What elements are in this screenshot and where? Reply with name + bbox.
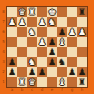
piece-white-pawn: ♟	[77, 27, 87, 37]
rank-label-7: 7	[1, 17, 6, 27]
square-e1[interactable]	[47, 77, 57, 87]
square-h8[interactable]: ♜	[77, 7, 87, 17]
piece-black-pawn: ♟	[37, 67, 47, 77]
square-b2[interactable]	[17, 67, 27, 77]
piece-black-pawn: ♟	[67, 67, 77, 77]
square-d6[interactable]	[37, 27, 47, 37]
piece-black-knight: ♞	[57, 57, 67, 67]
square-b7[interactable]: ♟	[17, 17, 27, 27]
square-a7[interactable]: ♟	[7, 17, 17, 27]
square-g7[interactable]	[67, 17, 77, 27]
square-g8[interactable]	[67, 7, 77, 17]
square-e3[interactable]: ♟	[47, 57, 57, 67]
piece-black-pawn: ♟	[7, 67, 17, 77]
square-f6[interactable]: ♟	[57, 27, 67, 37]
square-d4[interactable]	[37, 47, 47, 57]
square-g4[interactable]	[67, 47, 77, 57]
square-e2[interactable]	[47, 67, 57, 77]
square-b4[interactable]	[17, 47, 27, 57]
file-label-c: c	[27, 87, 37, 93]
square-d7[interactable]: ♟	[37, 17, 47, 27]
square-f4[interactable]	[57, 47, 67, 57]
square-d1[interactable]	[37, 77, 47, 87]
square-e7[interactable]: ♞	[47, 17, 57, 27]
square-b6[interactable]	[17, 27, 27, 37]
piece-white-pawn: ♟	[7, 17, 17, 27]
file-label-f: f	[57, 87, 67, 93]
piece-white-pawn: ♟	[37, 37, 47, 47]
piece-white-knight: ♞	[27, 27, 37, 37]
square-c2[interactable]: ♟	[27, 67, 37, 77]
square-a4[interactable]	[7, 47, 17, 57]
square-e8[interactable]: ♚	[47, 7, 57, 17]
square-c1[interactable]: ♛	[27, 77, 37, 87]
square-d2[interactable]: ♟	[37, 67, 47, 77]
square-f7[interactable]	[57, 17, 67, 27]
piece-white-knight: ♞	[27, 57, 37, 67]
piece-white-queen: ♛	[27, 77, 37, 87]
piece-white-knight: ♞	[47, 17, 57, 27]
rank-label-5: 5	[1, 37, 6, 47]
square-f8[interactable]	[57, 7, 67, 17]
square-g1[interactable]	[67, 77, 77, 87]
square-h5[interactable]	[77, 37, 87, 47]
square-a8[interactable]	[7, 7, 17, 17]
square-f2[interactable]	[57, 67, 67, 77]
square-c8[interactable]: ♜	[27, 7, 37, 17]
piece-black-pawn: ♟	[7, 57, 17, 67]
square-g6[interactable]: ♟	[67, 27, 77, 37]
piece-black-rook: ♜	[77, 7, 87, 17]
square-g5[interactable]	[67, 37, 77, 47]
piece-black-pawn: ♟	[47, 37, 57, 47]
piece-black-rook: ♜	[77, 77, 87, 87]
file-label-g: g	[67, 87, 77, 93]
square-d5[interactable]: ♟	[37, 37, 47, 47]
square-a1[interactable]	[7, 77, 17, 87]
rank-label-8: 8	[1, 7, 6, 17]
piece-white-pawn: ♟	[67, 27, 77, 37]
square-f3[interactable]: ♞	[57, 57, 67, 67]
square-f5[interactable]: ♝	[57, 37, 67, 47]
piece-white-pawn: ♟	[17, 17, 27, 27]
rank-label-1: 1	[1, 77, 6, 87]
square-h4[interactable]	[77, 47, 87, 57]
piece-white-rook: ♜	[17, 77, 27, 87]
square-d3[interactable]	[37, 57, 47, 67]
square-d8[interactable]	[37, 7, 47, 17]
rank-label-3: 3	[1, 57, 6, 67]
square-a3[interactable]: ♟	[7, 57, 17, 67]
square-a6[interactable]	[7, 27, 17, 37]
square-b1[interactable]: ♜	[17, 77, 27, 87]
square-f1[interactable]: ♝	[57, 77, 67, 87]
square-c5[interactable]	[27, 37, 37, 47]
piece-white-pawn: ♟	[37, 17, 47, 27]
piece-black-pawn: ♟	[57, 27, 67, 37]
rank-label-4: 4	[1, 47, 6, 57]
square-b5[interactable]	[17, 37, 27, 47]
piece-white-rook: ♜	[27, 7, 37, 17]
piece-black-pawn: ♟	[47, 47, 57, 57]
square-h3[interactable]	[77, 57, 87, 67]
square-c7[interactable]	[27, 17, 37, 27]
file-label-h: h	[77, 87, 87, 93]
square-a2[interactable]: ♟	[7, 67, 17, 77]
piece-white-bishop: ♝	[57, 37, 67, 47]
square-h7[interactable]	[77, 17, 87, 27]
file-label-a: a	[7, 87, 17, 93]
square-g2[interactable]: ♟	[67, 67, 77, 77]
square-e4[interactable]: ♟	[47, 47, 57, 57]
square-a5[interactable]	[7, 37, 17, 47]
piece-black-pawn: ♟	[27, 67, 37, 77]
piece-black-pawn: ♟	[77, 67, 87, 77]
piece-white-king: ♚	[47, 7, 57, 17]
square-c4[interactable]	[27, 47, 37, 57]
square-e5[interactable]: ♟	[47, 37, 57, 47]
piece-white-bishop: ♝	[57, 77, 67, 87]
rank-label-6: 6	[1, 27, 6, 37]
square-c6[interactable]: ♞	[27, 27, 37, 37]
square-g3[interactable]	[67, 57, 77, 67]
file-label-e: e	[47, 87, 57, 93]
file-label-d: d	[37, 87, 47, 93]
piece-white-queen: ♛	[17, 7, 27, 17]
square-e6[interactable]	[47, 27, 57, 37]
chess-board: ♛♜♚♜♟♟♟♞♞♟♟♟♟♟♝♟♟♞♟♞♟♟♟♟♟♜♛♝♜	[7, 7, 87, 87]
piece-black-pawn: ♟	[47, 57, 57, 67]
rank-label-2: 2	[1, 67, 6, 77]
file-label-b: b	[17, 87, 27, 93]
square-c3[interactable]: ♞	[27, 57, 37, 67]
square-h2[interactable]: ♟	[77, 67, 87, 77]
square-b8[interactable]: ♛	[17, 7, 27, 17]
square-h1[interactable]: ♜	[77, 77, 87, 87]
chessboard-screenshot: ♛♜♚♜♟♟♟♞♞♟♟♟♟♟♝♟♟♞♟♞♟♟♟♟♟♜♛♝♜ 87654321ab…	[0, 0, 94, 94]
square-h6[interactable]: ♟	[77, 27, 87, 37]
square-b3[interactable]	[17, 57, 27, 67]
